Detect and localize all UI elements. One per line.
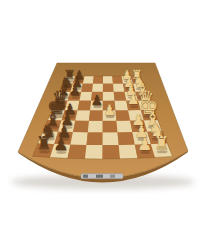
black-pawn-h7: ♟ <box>53 136 68 153</box>
white-rook-h1: ♜ <box>154 135 170 153</box>
white-pawn-c2: ♟ <box>125 84 137 97</box>
black-pawn-b7: ♟ <box>71 76 82 89</box>
black-king-e8: ♚ <box>47 96 67 118</box>
black-pawn-d5: ♟ <box>90 93 102 107</box>
black-rook-a8: ♜ <box>64 68 76 81</box>
black-queen-d8: ♛ <box>52 88 69 107</box>
white-pawn-b2: ♟ <box>123 76 134 89</box>
white-bishop-c1: ♝ <box>135 82 150 98</box>
white-bishop-f1: ♝ <box>144 109 161 128</box>
black-pawn-f7: ♟ <box>60 113 74 128</box>
black-bishop-f8: ♝ <box>44 109 61 128</box>
black-knight-b8: ♞ <box>60 75 73 90</box>
black-pawn-e7: ♟ <box>63 103 76 118</box>
white-pawn-e4: ♟ <box>103 103 116 118</box>
white-knight-b1: ♞ <box>133 75 146 90</box>
black-rook-h8: ♜ <box>36 135 52 153</box>
black-pawn-g7: ♟ <box>57 124 71 140</box>
white-queen-d1: ♛ <box>137 88 154 107</box>
white-knight-g1: ♞ <box>149 121 166 139</box>
black-pawn-a7: ♟ <box>73 69 84 81</box>
white-king-e1: ♚ <box>139 96 159 118</box>
white-pawn-a2: ♟ <box>122 69 133 81</box>
black-knight-g8: ♞ <box>40 121 57 139</box>
chess-pieces: ♜♞♝♛♚♝♞♜♟♟♟♟♟♟♟♟♟♟♟♟♟♟♟♟♜♞♝♛♚♝♞♜ <box>0 0 206 250</box>
white-pawn-d2: ♟ <box>127 93 139 107</box>
white-pawn-f2: ♟ <box>132 113 146 128</box>
product-photo: ♜♞♝♛♚♝♞♜♟♟♟♟♟♟♟♟♟♟♟♟♟♟♟♟♜♞♝♛♚♝♞♜ <box>0 0 206 250</box>
white-pawn-g2: ♟ <box>134 124 148 140</box>
black-bishop-c8: ♝ <box>56 82 71 98</box>
black-pawn-c7: ♟ <box>69 84 81 97</box>
white-pawn-h2: ♟ <box>137 136 152 153</box>
white-rook-a1: ♜ <box>131 68 143 81</box>
